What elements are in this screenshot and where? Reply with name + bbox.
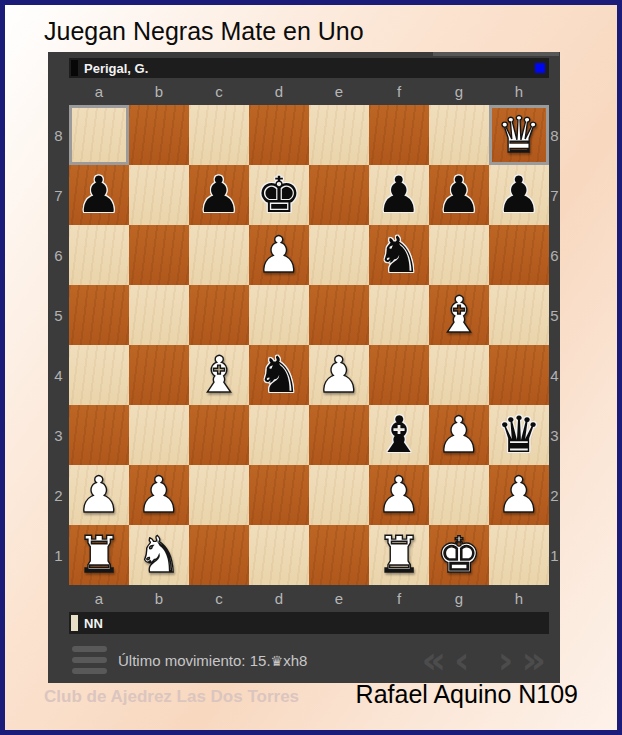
black-pawn-piece: ♟ [437, 165, 482, 225]
nav-first-button[interactable]: « [422, 641, 447, 679]
square-c2[interactable] [189, 465, 249, 525]
file-label-e: e [309, 585, 369, 612]
move-navigation: « ‹ › » [422, 641, 546, 679]
square-b2[interactable]: ♟ [129, 465, 189, 525]
square-c5[interactable] [189, 285, 249, 345]
file-label-d: d [249, 78, 309, 105]
square-a8[interactable] [69, 105, 129, 165]
black-king-piece: ♚ [257, 165, 302, 225]
square-h2[interactable]: ♟ [489, 465, 549, 525]
black-knight-piece: ♞ [257, 345, 302, 405]
rank-label-6: 6 [48, 225, 69, 285]
rank-label-7: 7 [48, 165, 69, 225]
square-c1[interactable] [189, 525, 249, 585]
square-a6[interactable] [69, 225, 129, 285]
black-pawn-piece: ♟ [197, 165, 242, 225]
app-window: Juegan Negras Mate en Uno Perigal, G. ab… [0, 0, 622, 735]
nav-next-button[interactable]: › [498, 641, 514, 679]
rank-label-1: 1 [549, 525, 560, 585]
file-label-c: c [189, 78, 249, 105]
white-rook-piece: ♜ [77, 525, 122, 585]
square-h6[interactable] [489, 225, 549, 285]
player-bar-bottom: NN [69, 612, 549, 634]
black-pawn-piece: ♟ [497, 165, 542, 225]
chess-panel: Perigal, G. abcdefgh 87654321 87654321 ♛… [48, 52, 560, 683]
rank-label-2: 2 [48, 465, 69, 525]
square-b3[interactable] [129, 405, 189, 465]
square-e8[interactable] [309, 105, 369, 165]
white-bishop-piece: ♝ [197, 345, 242, 405]
square-b4[interactable] [129, 345, 189, 405]
rank-label-6: 6 [549, 225, 560, 285]
rank-labels-left: 87654321 [48, 105, 69, 585]
last-move-text: Último movimiento: 15.♛xh8 [118, 652, 307, 669]
rank-label-4: 4 [48, 345, 69, 405]
menu-button[interactable] [72, 646, 107, 674]
square-f8[interactable] [369, 105, 429, 165]
file-label-b: b [129, 585, 189, 612]
square-g8[interactable] [429, 105, 489, 165]
black-queen-piece: ♛ [497, 405, 542, 465]
square-g1[interactable]: ♚ [429, 525, 489, 585]
square-c7[interactable]: ♟ [189, 165, 249, 225]
square-d4[interactable]: ♞ [249, 345, 309, 405]
file-labels-bottom: abcdefgh [69, 585, 549, 612]
white-bishop-piece: ♝ [437, 285, 482, 345]
white-pawn-piece: ♟ [497, 465, 542, 525]
square-a7[interactable]: ♟ [69, 165, 129, 225]
square-e7[interactable] [309, 165, 369, 225]
square-d8[interactable] [249, 105, 309, 165]
file-label-d: d [249, 585, 309, 612]
square-f4[interactable] [369, 345, 429, 405]
white-queen-piece: ♛ [497, 105, 542, 165]
rank-label-8: 8 [48, 105, 69, 165]
square-a1[interactable]: ♜ [69, 525, 129, 585]
black-bishop-piece: ♝ [377, 405, 422, 465]
hamburger-icon [72, 657, 107, 663]
square-f5[interactable] [369, 285, 429, 345]
black-color-tab-icon [71, 60, 78, 76]
rank-label-8: 8 [549, 105, 560, 165]
rank-label-2: 2 [549, 465, 560, 525]
square-g2[interactable] [429, 465, 489, 525]
square-b7[interactable] [129, 165, 189, 225]
file-label-f: f [369, 585, 429, 612]
white-king-piece: ♚ [437, 525, 482, 585]
square-h4[interactable] [489, 345, 549, 405]
square-a3[interactable] [69, 405, 129, 465]
rank-label-3: 3 [48, 405, 69, 465]
white-knight-piece: ♞ [137, 525, 182, 585]
white-pawn-piece: ♟ [317, 345, 362, 405]
file-label-g: g [429, 585, 489, 612]
square-b1[interactable]: ♞ [129, 525, 189, 585]
file-label-h: h [489, 585, 549, 612]
club-watermark: Club de Ajedrez Las Dos Torres [44, 687, 299, 707]
square-f7[interactable]: ♟ [369, 165, 429, 225]
queen-icon: ♛ [271, 653, 284, 669]
blue-indicator-icon [535, 63, 545, 73]
square-f2[interactable]: ♟ [369, 465, 429, 525]
square-e6[interactable] [309, 225, 369, 285]
black-pawn-piece: ♟ [377, 165, 422, 225]
rank-label-3: 3 [549, 405, 560, 465]
square-h1[interactable] [489, 525, 549, 585]
square-d7[interactable]: ♚ [249, 165, 309, 225]
hamburger-icon [72, 646, 107, 652]
square-h5[interactable] [489, 285, 549, 345]
square-c3[interactable] [189, 405, 249, 465]
hamburger-icon [72, 668, 107, 674]
square-d1[interactable] [249, 525, 309, 585]
white-pawn-piece: ♟ [137, 465, 182, 525]
scrollbar-strip [433, 52, 559, 56]
rank-label-7: 7 [549, 165, 560, 225]
file-labels-top: abcdefgh [69, 78, 549, 105]
nav-prev-button[interactable]: ‹ [454, 641, 470, 679]
square-c6[interactable] [189, 225, 249, 285]
rank-label-4: 4 [549, 345, 560, 405]
square-g5[interactable]: ♝ [429, 285, 489, 345]
square-e4[interactable]: ♟ [309, 345, 369, 405]
square-d2[interactable] [249, 465, 309, 525]
file-label-g: g [429, 78, 489, 105]
file-label-e: e [309, 78, 369, 105]
author-label: Rafael Aquino N109 [356, 680, 578, 709]
white-pawn-piece: ♟ [377, 465, 422, 525]
player-bar-top: Perigal, G. [69, 58, 549, 78]
square-b5[interactable] [129, 285, 189, 345]
square-d5[interactable] [249, 285, 309, 345]
square-c8[interactable] [189, 105, 249, 165]
player-name-top: Perigal, G. [84, 61, 148, 76]
file-label-a: a [69, 585, 129, 612]
player-name-bottom: NN [84, 616, 103, 631]
file-label-c: c [189, 585, 249, 612]
rank-labels-right: 87654321 [549, 105, 560, 585]
white-pawn-piece: ♟ [77, 465, 122, 525]
white-pawn-piece: ♟ [257, 225, 302, 285]
square-a2[interactable]: ♟ [69, 465, 129, 525]
square-d3[interactable] [249, 405, 309, 465]
chess-board[interactable]: ♛♟♟♚♟♟♟♟♞♝♝♞♟♝♟♛♟♟♟♟♜♞♜♚ [69, 105, 549, 585]
nav-last-button[interactable]: » [521, 641, 546, 679]
file-label-h: h [489, 78, 549, 105]
file-label-b: b [129, 78, 189, 105]
square-a5[interactable] [69, 285, 129, 345]
square-c4[interactable]: ♝ [189, 345, 249, 405]
square-d6[interactable]: ♟ [249, 225, 309, 285]
square-g7[interactable]: ♟ [429, 165, 489, 225]
square-g4[interactable] [429, 345, 489, 405]
white-color-tab-icon [71, 615, 78, 631]
square-e1[interactable] [309, 525, 369, 585]
square-e5[interactable] [309, 285, 369, 345]
square-h8[interactable]: ♛ [489, 105, 549, 165]
rank-label-5: 5 [48, 285, 69, 345]
square-e2[interactable] [309, 465, 369, 525]
square-g3[interactable]: ♟ [429, 405, 489, 465]
square-f6[interactable]: ♞ [369, 225, 429, 285]
white-pawn-piece: ♟ [437, 405, 482, 465]
square-b6[interactable] [129, 225, 189, 285]
rank-label-5: 5 [549, 285, 560, 345]
page-title: Juegan Negras Mate en Uno [44, 17, 364, 46]
square-h7[interactable]: ♟ [489, 165, 549, 225]
square-e3[interactable] [309, 405, 369, 465]
square-a4[interactable] [69, 345, 129, 405]
square-h3[interactable]: ♛ [489, 405, 549, 465]
square-g6[interactable] [429, 225, 489, 285]
black-pawn-piece: ♟ [77, 165, 122, 225]
black-knight-piece: ♞ [377, 225, 422, 285]
last-move-suffix: xh8 [283, 652, 307, 669]
controls-bar: Último movimiento: 15.♛xh8 « ‹ › » [48, 637, 560, 683]
file-label-f: f [369, 78, 429, 105]
white-rook-piece: ♜ [377, 525, 422, 585]
square-f3[interactable]: ♝ [369, 405, 429, 465]
last-move-prefix: Último movimiento: 15. [118, 652, 271, 669]
rank-label-1: 1 [48, 525, 69, 585]
square-f1[interactable]: ♜ [369, 525, 429, 585]
file-label-a: a [69, 78, 129, 105]
square-b8[interactable] [129, 105, 189, 165]
